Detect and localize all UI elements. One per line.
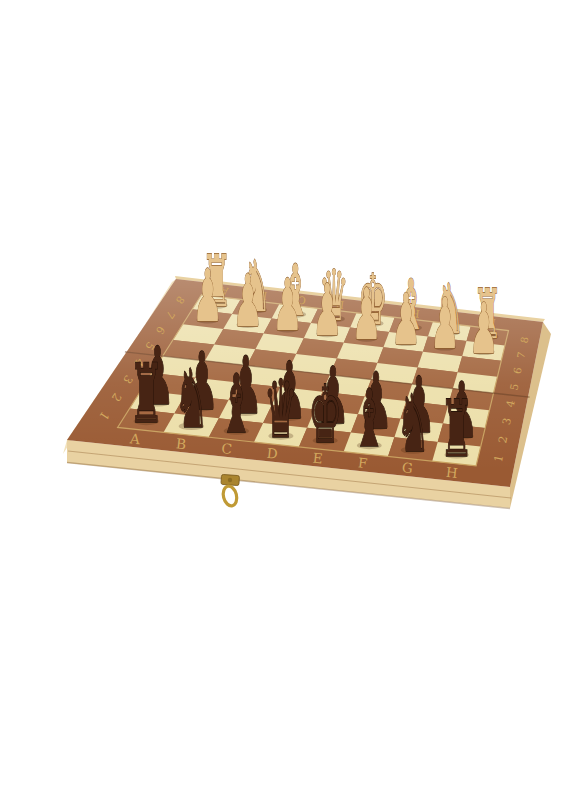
piece-light-pawn-e7: ♟ bbox=[352, 273, 382, 356]
piece-light-pawn-d7: ♟ bbox=[312, 268, 342, 351]
clasp-pin bbox=[228, 478, 232, 482]
clasp-ring bbox=[221, 485, 238, 508]
piece-light-pawn-f7: ♟ bbox=[391, 279, 421, 361]
pieces: ♜♞♝♛♚♝♞♜♟♟♟♟♟♟♟♟♟♟♟♟♟♟♟♟♜♞♝♛♚♝♞♜ bbox=[129, 240, 502, 475]
piece-dark-rook-h1: ♜ bbox=[440, 383, 473, 475]
piece-dark-knight-g1: ♞ bbox=[396, 378, 430, 470]
piece-light-pawn-a7: ♟ bbox=[192, 253, 223, 337]
piece-light-pawn-h7: ♟ bbox=[469, 288, 499, 370]
piece-light-pawn-c7: ♟ bbox=[272, 264, 302, 347]
piece-light-pawn-b7: ♟ bbox=[232, 258, 263, 342]
piece-dark-king-e1: ♚ bbox=[308, 367, 342, 460]
piece-dark-rook-a1: ♜ bbox=[129, 347, 164, 442]
piece-dark-knight-b1: ♞ bbox=[174, 352, 208, 447]
brass-clasp bbox=[221, 474, 240, 507]
piece-dark-bishop-f1: ♝ bbox=[352, 372, 386, 465]
piece-light-pawn-g7: ♟ bbox=[430, 283, 460, 365]
piece-dark-bishop-c1: ♝ bbox=[219, 357, 253, 452]
chess-board: 88AA77BB66CC55DD44EE33FF22GG11HH♜♞♝♛♚♝♞♜… bbox=[0, 0, 587, 800]
product-photo-stage: 88AA77BB66CC55DD44EE33FF22GG11HH♜♞♝♛♚♝♞♜… bbox=[0, 0, 587, 800]
piece-dark-queen-d1: ♛ bbox=[264, 363, 298, 456]
